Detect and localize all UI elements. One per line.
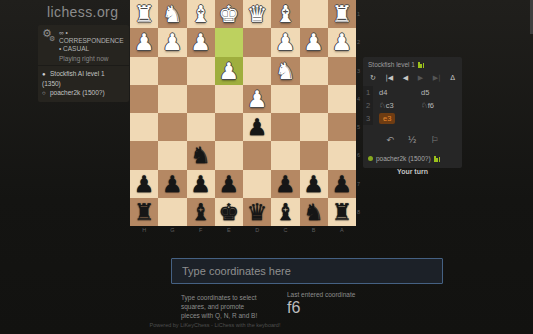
square-c8[interactable]: ♝ [271, 198, 299, 226]
opponent-header: Stockfish level 1 [363, 57, 462, 70]
square-f2[interactable]: ♟ [187, 28, 215, 56]
player-black-name: poacher2k (1500?) [50, 89, 105, 96]
square-h3[interactable] [130, 57, 158, 85]
square-h4[interactable] [130, 85, 158, 113]
file-label-e: E [215, 227, 243, 233]
square-h7[interactable]: ♟ [130, 170, 158, 198]
white-p-piece: ♟ [247, 85, 268, 113]
game-status-text: Playing right now [59, 55, 125, 62]
gears-icon: ⚙⚙ [42, 29, 56, 62]
last-coordinate-value: f6 [287, 299, 300, 317]
previous-move-icon[interactable]: ◀ [403, 74, 408, 82]
file-label-f: F [187, 227, 215, 233]
draw-offer-icon[interactable]: ½ [408, 135, 417, 145]
move-white[interactable]: ♘c3 [373, 101, 415, 110]
square-c6[interactable] [271, 141, 299, 169]
stats-chart-icon [418, 62, 424, 68]
square-g8[interactable] [158, 198, 186, 226]
online-dot-icon [368, 156, 373, 161]
square-g6[interactable] [158, 141, 186, 169]
players-list: ●Stockfish AI level 1 (1350) ○poacher2k … [38, 66, 129, 102]
bottom-player-name: poacher2k (1500?) [376, 155, 431, 162]
square-d1[interactable]: ♛ [243, 0, 271, 28]
white-k-piece: ♚ [219, 0, 240, 28]
white-p-piece: ♟ [162, 28, 183, 56]
resign-flag-icon[interactable]: ⚐ [431, 135, 439, 145]
square-b8[interactable]: ♞ [300, 198, 328, 226]
square-e2[interactable] [215, 28, 243, 56]
white-p-piece: ♟ [332, 28, 353, 56]
takeback-icon[interactable]: ↶ [386, 135, 394, 145]
move-row: 3 e3 [363, 112, 462, 125]
square-a6[interactable] [328, 141, 356, 169]
black-n-piece: ♞ [190, 141, 211, 169]
black-q-piece: ♛ [247, 198, 268, 226]
square-f6[interactable]: ♞ [187, 141, 215, 169]
black-n-piece: ♞ [303, 198, 324, 226]
move-number: 2 [363, 99, 373, 112]
rank-label-5: 5 [357, 113, 360, 141]
square-a7[interactable]: ♟ [328, 170, 356, 198]
white-p-piece: ♟ [219, 57, 240, 85]
rank-label-6: 6 [357, 141, 360, 169]
square-b1[interactable] [300, 0, 328, 28]
square-b5[interactable] [300, 113, 328, 141]
file-label-d: D [243, 227, 271, 233]
bottom-player-row[interactable]: poacher2k (1500?) [363, 150, 462, 168]
square-b6[interactable] [300, 141, 328, 169]
square-h5[interactable] [130, 113, 158, 141]
lichess-logo[interactable]: lichess.org [47, 4, 118, 20]
square-d6[interactable] [243, 141, 271, 169]
file-label-h: H [130, 227, 158, 233]
file-label-a: A [328, 227, 356, 233]
rank-label-8: 8 [357, 198, 360, 226]
black-p-piece: ♟ [162, 170, 183, 198]
square-h1[interactable]: ♜ [130, 0, 158, 28]
black-p-piece: ♟ [275, 170, 296, 198]
square-d5[interactable]: ♟ [243, 113, 271, 141]
square-h2[interactable]: ♟ [130, 28, 158, 56]
coordinate-input[interactable] [171, 258, 443, 284]
chess-board[interactable]: ♜♞♝♚♛♝♜♟♟♟♟♟♟♟♞♟♟♞♟♟♟♟♟♟♟♜♝♚♛♝♞♜ [130, 0, 356, 226]
square-e4[interactable] [215, 85, 243, 113]
black-p-piece: ♟ [303, 170, 324, 198]
white-p-piece: ♟ [303, 28, 324, 56]
move-black[interactable]: ♘f6 [415, 101, 457, 110]
square-c2[interactable]: ♟ [271, 28, 299, 56]
square-a3[interactable] [328, 57, 356, 85]
square-c1[interactable]: ♝ [271, 0, 299, 28]
white-r-piece: ♜ [332, 0, 353, 28]
file-label-b: B [300, 227, 328, 233]
rank-label-2: 2 [357, 28, 360, 56]
square-b2[interactable]: ♟ [300, 28, 328, 56]
footer-credit: Powered by LiKeyChess - LiChess with the… [0, 322, 533, 328]
move-number: 1 [363, 86, 373, 99]
square-d4[interactable]: ♟ [243, 85, 271, 113]
game-mode-text: ∞ • CORRESPONDENCE • CASUAL [59, 29, 125, 53]
square-f4[interactable] [187, 85, 215, 113]
square-f7[interactable]: ♟ [187, 170, 215, 198]
black-p-piece: ♟ [247, 113, 268, 141]
player-white-row[interactable]: ●Stockfish AI level 1 (1350) [42, 69, 125, 88]
rank-label-4: 4 [357, 85, 360, 113]
square-c4[interactable] [271, 85, 299, 113]
move-white-active[interactable]: e3 [373, 114, 415, 123]
square-a1[interactable]: ♜ [328, 0, 356, 28]
move-controls: ↻ |◀ ◀ ▶ ▶| Δ [363, 70, 462, 86]
white-n-piece: ♞ [275, 57, 296, 85]
square-c7[interactable]: ♟ [271, 170, 299, 198]
black-p-piece: ♟ [332, 170, 353, 198]
white-p-piece: ♟ [275, 28, 296, 56]
rank-label-3: 3 [357, 57, 360, 85]
square-d3[interactable] [243, 57, 271, 85]
black-k-piece: ♚ [219, 198, 240, 226]
move-white[interactable]: d4 [373, 88, 415, 97]
square-c5[interactable] [271, 113, 299, 141]
rank-coordinates: 12345678 [357, 0, 360, 226]
white-p-piece: ♟ [190, 28, 211, 56]
square-c3[interactable]: ♞ [271, 57, 299, 85]
last-move-icon[interactable]: ▶| [433, 74, 441, 82]
file-label-g: G [158, 227, 186, 233]
square-d8[interactable]: ♛ [243, 198, 271, 226]
keyboard-help-text: Type coordinates to select squares, and … [181, 293, 259, 320]
black-p-piece: ♟ [134, 170, 155, 198]
square-f5[interactable] [187, 113, 215, 141]
square-g7[interactable]: ♟ [158, 170, 186, 198]
square-f3[interactable] [187, 57, 215, 85]
square-h6[interactable] [130, 141, 158, 169]
game-meta: ⚙⚙ ∞ • CORRESPONDENCE • CASUAL Playing r… [38, 25, 129, 66]
square-a2[interactable]: ♟ [328, 28, 356, 56]
white-piece-dot: ● [42, 70, 50, 79]
square-b7[interactable]: ♟ [300, 170, 328, 198]
white-p-piece: ♟ [134, 28, 155, 56]
stats-chart-icon [434, 156, 440, 162]
white-q-piece: ♛ [247, 0, 268, 28]
square-h8[interactable]: ♜ [130, 198, 158, 226]
square-a8[interactable]: ♜ [328, 198, 356, 226]
move-black[interactable]: d5 [415, 88, 457, 97]
square-f8[interactable]: ♝ [187, 198, 215, 226]
last-coordinate-label: Last entered coordinate [287, 291, 355, 298]
square-a4[interactable] [328, 85, 356, 113]
move-list: 1 d4 d5 2 ♘c3 ♘f6 3 e3 [363, 86, 462, 125]
opponent-name: Stockfish level 1 [368, 61, 415, 68]
move-number: 3 [363, 112, 373, 125]
first-move-icon[interactable]: |◀ [385, 74, 393, 82]
square-d7[interactable] [243, 170, 271, 198]
black-p-piece: ♟ [219, 170, 240, 198]
game-info-panel: ⚙⚙ ∞ • CORRESPONDENCE • CASUAL Playing r… [38, 25, 129, 102]
file-label-c: C [271, 227, 299, 233]
active-move-chip: e3 [379, 113, 395, 124]
black-b-piece: ♝ [190, 198, 211, 226]
square-a5[interactable] [328, 113, 356, 141]
square-g4[interactable] [158, 85, 186, 113]
square-e6[interactable] [215, 141, 243, 169]
square-e5[interactable] [215, 113, 243, 141]
black-r-piece: ♜ [332, 198, 353, 226]
square-g5[interactable] [158, 113, 186, 141]
file-coordinates: HGFEDCBA [130, 227, 356, 233]
white-r-piece: ♜ [134, 0, 155, 28]
move-row: 1 d4 d5 [363, 86, 462, 99]
square-b3[interactable] [300, 57, 328, 85]
white-b-piece: ♝ [190, 0, 211, 28]
black-b-piece: ♝ [275, 198, 296, 226]
white-b-piece: ♝ [275, 0, 296, 28]
black-p-piece: ♟ [190, 170, 211, 198]
white-n-piece: ♞ [162, 0, 183, 28]
square-e1[interactable]: ♚ [215, 0, 243, 28]
square-e8[interactable]: ♚ [215, 198, 243, 226]
rank-label-7: 7 [357, 170, 360, 198]
game-side-panel: Stockfish level 1 ↻ |◀ ◀ ▶ ▶| Δ 1 d4 d5 … [363, 57, 462, 168]
square-g3[interactable] [158, 57, 186, 85]
square-d2[interactable] [243, 28, 271, 56]
turn-indicator: Your turn [363, 168, 462, 175]
square-e7[interactable]: ♟ [215, 170, 243, 198]
analysis-icon[interactable]: Δ [450, 74, 455, 82]
square-b4[interactable] [300, 85, 328, 113]
move-row: 2 ♘c3 ♘f6 [363, 99, 462, 112]
square-e3[interactable]: ♟ [215, 57, 243, 85]
square-g1[interactable]: ♞ [158, 0, 186, 28]
flip-board-icon[interactable]: ↻ [370, 74, 376, 82]
next-move-icon[interactable]: ▶ [418, 74, 423, 82]
rank-label-1: 1 [357, 0, 360, 28]
black-r-piece: ♜ [134, 198, 155, 226]
player-white-name: Stockfish AI level 1 (1350) [42, 70, 105, 87]
square-g2[interactable]: ♟ [158, 28, 186, 56]
black-piece-dot: ○ [42, 89, 50, 98]
player-black-row[interactable]: ○poacher2k (1500?) [42, 88, 125, 98]
game-actions: ↶ ½ ⚐ [363, 125, 462, 150]
square-f1[interactable]: ♝ [187, 0, 215, 28]
